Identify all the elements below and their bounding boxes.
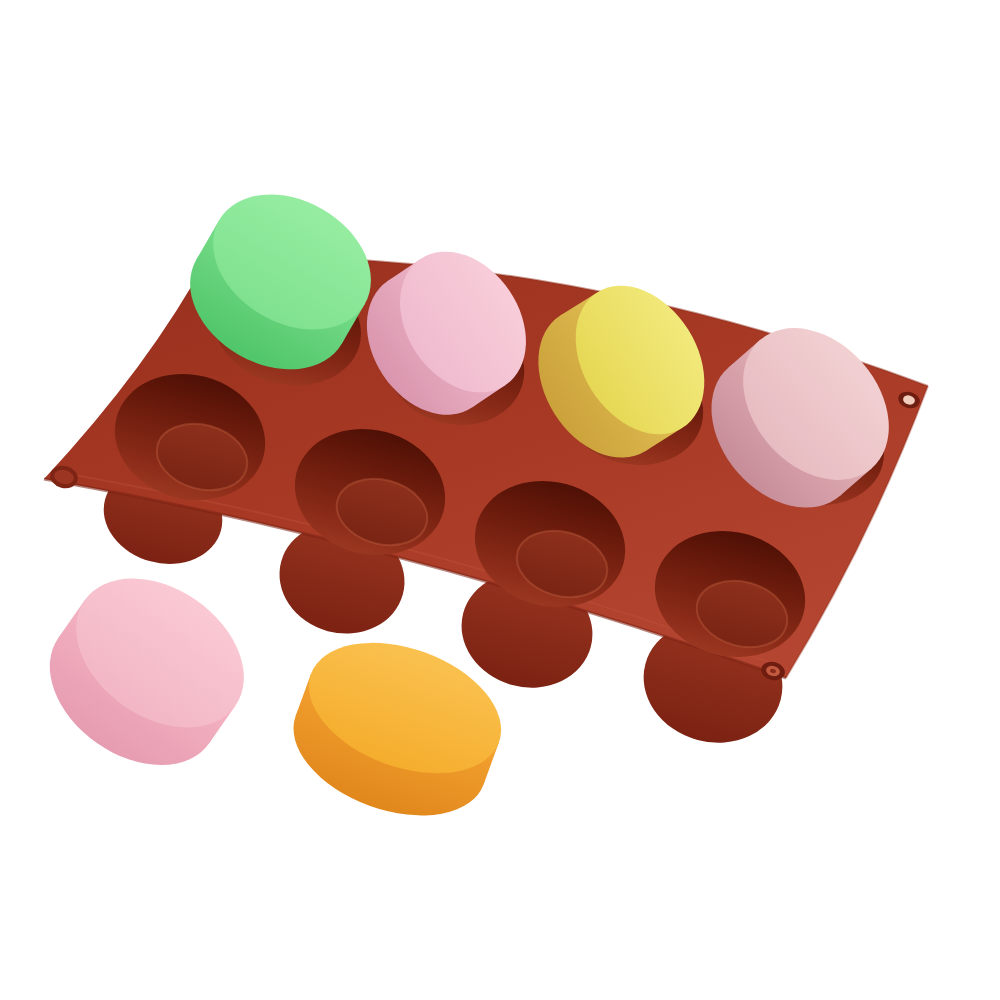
soap-mold-scene: [0, 0, 1000, 1000]
product-photo: [0, 0, 1000, 1000]
